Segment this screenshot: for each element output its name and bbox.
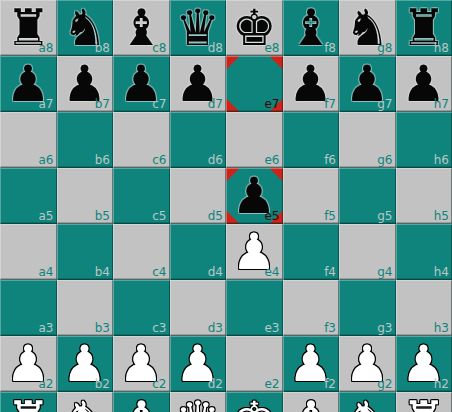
square-d5[interactable]: d5 bbox=[170, 168, 227, 224]
square-g1[interactable]: ♞g1 bbox=[339, 392, 396, 412]
square-g2[interactable]: ♟g2 bbox=[339, 336, 396, 392]
square-f7[interactable]: ♟f7 bbox=[283, 56, 340, 112]
square-f5[interactable]: f5 bbox=[283, 168, 340, 224]
square-label-d4: d4 bbox=[208, 266, 223, 279]
square-c7[interactable]: ♟c7 bbox=[113, 56, 170, 112]
square-label-f2: f2 bbox=[324, 378, 336, 391]
square-g4[interactable]: g4 bbox=[339, 224, 396, 280]
square-f8[interactable]: ♝f8 bbox=[283, 0, 340, 56]
square-label-c5: c5 bbox=[152, 210, 166, 223]
square-label-a8: a8 bbox=[39, 42, 54, 55]
square-c1[interactable]: ♝c1 bbox=[113, 392, 170, 412]
square-b3[interactable]: b3 bbox=[57, 280, 114, 336]
square-label-g2: g2 bbox=[377, 378, 392, 391]
square-label-b7: b7 bbox=[95, 98, 110, 111]
square-label-a7: a7 bbox=[39, 98, 54, 111]
square-label-a2: a2 bbox=[39, 378, 54, 391]
square-g8[interactable]: ♞g8 bbox=[339, 0, 396, 56]
square-c8[interactable]: ♝c8 bbox=[113, 0, 170, 56]
white-knight-b1[interactable]: ♞ bbox=[62, 392, 107, 412]
square-c5[interactable]: c5 bbox=[113, 168, 170, 224]
square-d1[interactable]: ♛d1 bbox=[170, 392, 227, 412]
square-label-c2: c2 bbox=[152, 378, 166, 391]
square-label-h8: h8 bbox=[434, 42, 449, 55]
square-label-c3: c3 bbox=[152, 322, 166, 335]
square-label-h5: h5 bbox=[434, 210, 449, 223]
square-a4[interactable]: a4 bbox=[0, 224, 57, 280]
square-b8[interactable]: ♞b8 bbox=[57, 0, 114, 56]
square-h1[interactable]: ♜h1 bbox=[396, 392, 452, 412]
square-label-f5: f5 bbox=[324, 210, 336, 223]
square-label-g5: g5 bbox=[377, 210, 392, 223]
square-c6[interactable]: c6 bbox=[113, 112, 170, 168]
square-e5[interactable]: ♟e5 bbox=[226, 168, 283, 224]
square-d7[interactable]: ♟d7 bbox=[170, 56, 227, 112]
square-label-g8: g8 bbox=[377, 42, 392, 55]
square-f6[interactable]: f6 bbox=[283, 112, 340, 168]
chess-board: ♜a8♞b8♝c8♛d8♚e8♝f8♞g8♜h8♟a7♟b7♟c7♟d7e7♟f… bbox=[0, 0, 452, 412]
square-h4[interactable]: h4 bbox=[396, 224, 452, 280]
square-label-e5: e5 bbox=[264, 210, 279, 223]
square-label-b3: b3 bbox=[95, 322, 110, 335]
square-d6[interactable]: d6 bbox=[170, 112, 227, 168]
square-d3[interactable]: d3 bbox=[170, 280, 227, 336]
square-d8[interactable]: ♛d8 bbox=[170, 0, 227, 56]
square-label-h2: h2 bbox=[434, 378, 449, 391]
square-label-f7: f7 bbox=[324, 98, 336, 111]
square-label-e3: e3 bbox=[264, 322, 279, 335]
square-label-c4: c4 bbox=[152, 266, 166, 279]
square-label-f4: f4 bbox=[324, 266, 336, 279]
square-label-d3: d3 bbox=[208, 322, 223, 335]
white-bishop-f1[interactable]: ♝ bbox=[288, 392, 333, 412]
square-h5[interactable]: h5 bbox=[396, 168, 452, 224]
square-c3[interactable]: c3 bbox=[113, 280, 170, 336]
square-g3[interactable]: g3 bbox=[339, 280, 396, 336]
square-label-d2: d2 bbox=[208, 378, 223, 391]
square-d2[interactable]: ♟d2 bbox=[170, 336, 227, 392]
square-h2[interactable]: ♟h2 bbox=[396, 336, 452, 392]
square-label-e7: e7 bbox=[264, 98, 279, 111]
square-label-a4: a4 bbox=[39, 266, 54, 279]
square-e6[interactable]: e6 bbox=[226, 112, 283, 168]
square-label-c6: c6 bbox=[152, 154, 166, 167]
square-label-b4: b4 bbox=[95, 266, 110, 279]
square-label-g4: g4 bbox=[377, 266, 392, 279]
square-label-g6: g6 bbox=[377, 154, 392, 167]
square-b5[interactable]: b5 bbox=[57, 168, 114, 224]
square-h7[interactable]: ♟h7 bbox=[396, 56, 452, 112]
square-g6[interactable]: g6 bbox=[339, 112, 396, 168]
chess-app-viewport: ♜a8♞b8♝c8♛d8♚e8♝f8♞g8♜h8♟a7♟b7♟c7♟d7e7♟f… bbox=[0, 0, 452, 412]
square-label-e8: e8 bbox=[264, 42, 279, 55]
square-b4[interactable]: b4 bbox=[57, 224, 114, 280]
square-f1[interactable]: ♝f1 bbox=[283, 392, 340, 412]
square-label-a5: a5 bbox=[39, 210, 54, 223]
square-label-e2: e2 bbox=[264, 378, 279, 391]
square-label-c7: c7 bbox=[152, 98, 166, 111]
square-b7[interactable]: ♟b7 bbox=[57, 56, 114, 112]
square-a3[interactable]: a3 bbox=[0, 280, 57, 336]
square-label-h4: h4 bbox=[434, 266, 449, 279]
square-label-a6: a6 bbox=[39, 154, 54, 167]
square-c2[interactable]: ♟c2 bbox=[113, 336, 170, 392]
square-a2[interactable]: ♟a2 bbox=[0, 336, 57, 392]
square-g5[interactable]: g5 bbox=[339, 168, 396, 224]
square-label-b2: b2 bbox=[95, 378, 110, 391]
square-label-h3: h3 bbox=[434, 322, 449, 335]
square-e3[interactable]: e3 bbox=[226, 280, 283, 336]
square-c4[interactable]: c4 bbox=[113, 224, 170, 280]
square-label-e4: e4 bbox=[264, 266, 279, 279]
square-d4[interactable]: d4 bbox=[170, 224, 227, 280]
square-label-g7: g7 bbox=[377, 98, 392, 111]
square-label-d6: d6 bbox=[208, 154, 223, 167]
square-label-d5: d5 bbox=[208, 210, 223, 223]
square-label-f6: f6 bbox=[324, 154, 336, 167]
square-h8[interactable]: ♜h8 bbox=[396, 0, 452, 56]
square-f3[interactable]: f3 bbox=[283, 280, 340, 336]
square-label-b8: b8 bbox=[95, 42, 110, 55]
square-a7[interactable]: ♟a7 bbox=[0, 56, 57, 112]
square-label-h7: h7 bbox=[434, 98, 449, 111]
white-rook-h1[interactable]: ♜ bbox=[401, 392, 446, 412]
square-f2[interactable]: ♟f2 bbox=[283, 336, 340, 392]
square-label-g3: g3 bbox=[377, 322, 392, 335]
square-b6[interactable]: b6 bbox=[57, 112, 114, 168]
square-label-a3: a3 bbox=[39, 322, 54, 335]
white-bishop-c1[interactable]: ♝ bbox=[119, 392, 164, 412]
square-label-d8: d8 bbox=[208, 42, 223, 55]
square-label-f3: f3 bbox=[324, 322, 336, 335]
square-label-b6: b6 bbox=[95, 154, 110, 167]
square-h6[interactable]: h6 bbox=[396, 112, 452, 168]
square-b1[interactable]: ♞b1 bbox=[57, 392, 114, 412]
square-label-b5: b5 bbox=[95, 210, 110, 223]
square-e8[interactable]: ♚e8 bbox=[226, 0, 283, 56]
square-label-c8: c8 bbox=[152, 42, 166, 55]
square-f4[interactable]: f4 bbox=[283, 224, 340, 280]
white-queen-d1[interactable]: ♛ bbox=[175, 392, 220, 412]
white-king-e1[interactable]: ♚ bbox=[232, 392, 277, 412]
square-label-e6: e6 bbox=[264, 154, 279, 167]
square-a5[interactable]: a5 bbox=[0, 168, 57, 224]
square-g7[interactable]: ♟g7 bbox=[339, 56, 396, 112]
square-e1[interactable]: ♚e1 bbox=[226, 392, 283, 412]
white-rook-a1[interactable]: ♜ bbox=[6, 392, 51, 412]
square-e4[interactable]: ♟e4 bbox=[226, 224, 283, 280]
square-h3[interactable]: h3 bbox=[396, 280, 452, 336]
white-knight-g1[interactable]: ♞ bbox=[345, 392, 390, 412]
square-e2[interactable]: e2 bbox=[226, 336, 283, 392]
square-label-d7: d7 bbox=[208, 98, 223, 111]
square-label-f8: f8 bbox=[324, 42, 336, 55]
square-a1[interactable]: ♜a1 bbox=[0, 392, 57, 412]
square-e7[interactable]: e7 bbox=[226, 56, 283, 112]
square-label-h6: h6 bbox=[434, 154, 449, 167]
square-b2[interactable]: ♟b2 bbox=[57, 336, 114, 392]
square-a8[interactable]: ♜a8 bbox=[0, 0, 57, 56]
square-a6[interactable]: a6 bbox=[0, 112, 57, 168]
